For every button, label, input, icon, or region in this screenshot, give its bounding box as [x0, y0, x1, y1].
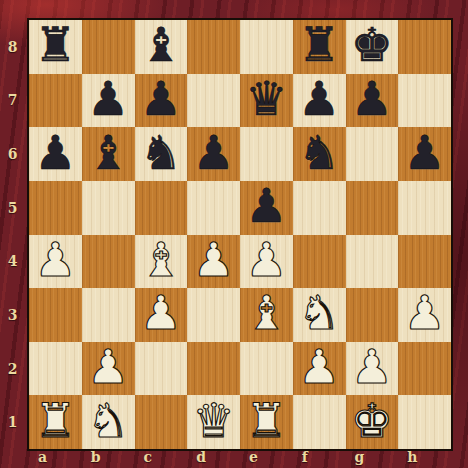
square-d3[interactable] — [187, 288, 240, 342]
piece-black-queen[interactable]: ♛ — [245, 75, 287, 122]
square-e2[interactable] — [240, 342, 293, 396]
square-b5[interactable] — [82, 181, 135, 235]
piece-white-pawn[interactable]: ♟ — [193, 236, 235, 283]
rank-label-5: 5 — [0, 181, 25, 235]
piece-white-pawn[interactable]: ♟ — [298, 343, 340, 390]
square-g3[interactable] — [346, 288, 399, 342]
square-c7[interactable]: ♟ — [135, 74, 188, 128]
square-c1[interactable] — [135, 395, 188, 449]
square-a1[interactable]: ♜ — [29, 395, 82, 449]
piece-white-bishop[interactable]: ♝ — [245, 289, 287, 336]
square-h5[interactable] — [398, 181, 451, 235]
square-a8[interactable]: ♜ — [29, 20, 82, 74]
square-e7[interactable]: ♛ — [240, 74, 293, 128]
square-f7[interactable]: ♟ — [293, 74, 346, 128]
square-b2[interactable]: ♟ — [82, 342, 135, 396]
square-g2[interactable]: ♟ — [346, 342, 399, 396]
square-f6[interactable]: ♞ — [293, 127, 346, 181]
piece-black-pawn[interactable]: ♟ — [404, 129, 446, 176]
piece-white-pawn[interactable]: ♟ — [245, 236, 287, 283]
square-a6[interactable]: ♟ — [29, 127, 82, 181]
piece-black-rook[interactable]: ♜ — [34, 21, 76, 68]
piece-black-king[interactable]: ♚ — [351, 21, 393, 68]
square-e8[interactable] — [240, 20, 293, 74]
chess-board: ♜♝♜♚♟♟♛♟♟♟♝♞♟♞♟♟♟♝♟♟♟♝♞♟♟♟♟♜♞♛♜♚ — [27, 18, 453, 451]
piece-black-pawn[interactable]: ♟ — [298, 75, 340, 122]
rank-label-4: 4 — [0, 235, 25, 289]
piece-white-pawn[interactable]: ♟ — [34, 236, 76, 283]
square-e1[interactable]: ♜ — [240, 395, 293, 449]
square-c8[interactable]: ♝ — [135, 20, 188, 74]
piece-black-bishop[interactable]: ♝ — [140, 21, 182, 68]
piece-white-rook[interactable]: ♜ — [34, 397, 76, 444]
square-b1[interactable]: ♞ — [82, 395, 135, 449]
square-h7[interactable] — [398, 74, 451, 128]
square-a7[interactable] — [29, 74, 82, 128]
piece-black-bishop[interactable]: ♝ — [87, 129, 129, 176]
file-label-b: b — [82, 450, 135, 467]
chessboard-frame: ♜♝♜♚♟♟♛♟♟♟♝♞♟♞♟♟♟♝♟♟♟♝♞♟♟♟♟♜♞♛♜♚ 8765432… — [0, 0, 468, 468]
piece-white-pawn[interactable]: ♟ — [87, 343, 129, 390]
square-h1[interactable] — [398, 395, 451, 449]
square-g7[interactable]: ♟ — [346, 74, 399, 128]
file-label-g: g — [346, 450, 399, 467]
square-e5[interactable]: ♟ — [240, 181, 293, 235]
square-f1[interactable] — [293, 395, 346, 449]
piece-white-knight[interactable]: ♞ — [298, 289, 340, 336]
square-g5[interactable] — [346, 181, 399, 235]
piece-white-knight[interactable]: ♞ — [87, 397, 129, 444]
square-d7[interactable] — [187, 74, 240, 128]
rank-label-1: 1 — [0, 395, 25, 449]
square-e6[interactable] — [240, 127, 293, 181]
square-d6[interactable]: ♟ — [187, 127, 240, 181]
square-a3[interactable] — [29, 288, 82, 342]
piece-black-rook[interactable]: ♜ — [298, 21, 340, 68]
piece-white-bishop[interactable]: ♝ — [140, 236, 182, 283]
square-f2[interactable]: ♟ — [293, 342, 346, 396]
piece-white-pawn[interactable]: ♟ — [404, 289, 446, 336]
rank-label-7: 7 — [0, 74, 25, 128]
square-g4[interactable] — [346, 235, 399, 289]
square-d4[interactable]: ♟ — [187, 235, 240, 289]
square-h2[interactable] — [398, 342, 451, 396]
square-b3[interactable] — [82, 288, 135, 342]
square-c6[interactable]: ♞ — [135, 127, 188, 181]
square-f4[interactable] — [293, 235, 346, 289]
square-a5[interactable] — [29, 181, 82, 235]
square-c3[interactable]: ♟ — [135, 288, 188, 342]
square-c4[interactable]: ♝ — [135, 235, 188, 289]
piece-black-knight[interactable]: ♞ — [298, 129, 340, 176]
square-c2[interactable] — [135, 342, 188, 396]
square-f8[interactable]: ♜ — [293, 20, 346, 74]
rank-label-6: 6 — [0, 127, 25, 181]
piece-black-pawn[interactable]: ♟ — [87, 75, 129, 122]
square-g6[interactable] — [346, 127, 399, 181]
square-h4[interactable] — [398, 235, 451, 289]
square-a2[interactable] — [29, 342, 82, 396]
square-e3[interactable]: ♝ — [240, 288, 293, 342]
square-f3[interactable]: ♞ — [293, 288, 346, 342]
square-g1[interactable]: ♚ — [346, 395, 399, 449]
square-b7[interactable]: ♟ — [82, 74, 135, 128]
piece-black-pawn[interactable]: ♟ — [351, 75, 393, 122]
square-d5[interactable] — [187, 181, 240, 235]
piece-white-king[interactable]: ♚ — [351, 397, 393, 444]
piece-black-pawn[interactable]: ♟ — [34, 129, 76, 176]
square-d1[interactable]: ♛ — [187, 395, 240, 449]
square-f5[interactable] — [293, 181, 346, 235]
square-b4[interactable] — [82, 235, 135, 289]
square-b6[interactable]: ♝ — [82, 127, 135, 181]
square-c5[interactable] — [135, 181, 188, 235]
piece-black-pawn[interactable]: ♟ — [245, 182, 287, 229]
square-g8[interactable]: ♚ — [346, 20, 399, 74]
piece-white-queen[interactable]: ♛ — [193, 397, 235, 444]
rank-label-2: 2 — [0, 342, 25, 396]
square-h3[interactable]: ♟ — [398, 288, 451, 342]
file-label-c: c — [135, 450, 188, 467]
square-d2[interactable] — [187, 342, 240, 396]
rank-label-8: 8 — [0, 20, 25, 74]
piece-black-pawn[interactable]: ♟ — [193, 129, 235, 176]
square-a4[interactable]: ♟ — [29, 235, 82, 289]
square-b8[interactable] — [82, 20, 135, 74]
file-label-d: d — [187, 450, 240, 467]
piece-white-rook[interactable]: ♜ — [245, 397, 287, 444]
piece-white-pawn[interactable]: ♟ — [140, 289, 182, 336]
file-label-e: e — [240, 450, 293, 467]
file-label-f: f — [293, 450, 346, 467]
square-h6[interactable]: ♟ — [398, 127, 451, 181]
rank-label-3: 3 — [0, 288, 25, 342]
square-e4[interactable]: ♟ — [240, 235, 293, 289]
piece-black-pawn[interactable]: ♟ — [140, 75, 182, 122]
square-h8[interactable] — [398, 20, 451, 74]
file-label-a: a — [29, 450, 82, 467]
piece-black-knight[interactable]: ♞ — [140, 129, 182, 176]
square-d8[interactable] — [187, 20, 240, 74]
file-label-h: h — [398, 450, 451, 467]
piece-white-pawn[interactable]: ♟ — [351, 343, 393, 390]
